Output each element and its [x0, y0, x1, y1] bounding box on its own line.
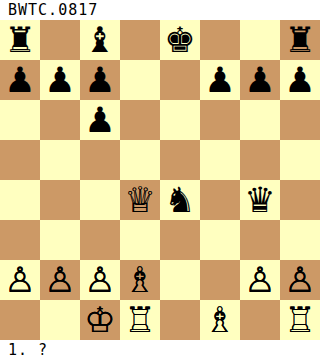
square-g7[interactable]: ♟ — [240, 60, 280, 100]
square-c5[interactable] — [80, 140, 120, 180]
square-c4[interactable] — [80, 180, 120, 220]
piece-white-rook: ♖ — [124, 300, 155, 340]
square-b1[interactable] — [40, 300, 80, 340]
square-d2[interactable]: ♗ — [120, 260, 160, 300]
piece-white-pawn: ♙ — [244, 260, 275, 300]
piece-black-bishop: ♝ — [84, 20, 115, 60]
piece-white-bishop: ♗ — [204, 300, 235, 340]
square-b5[interactable] — [40, 140, 80, 180]
square-f1[interactable]: ♗ — [200, 300, 240, 340]
square-h4[interactable] — [280, 180, 320, 220]
square-e6[interactable] — [160, 100, 200, 140]
square-f2[interactable] — [200, 260, 240, 300]
square-a4[interactable] — [0, 180, 40, 220]
piece-white-pawn: ♙ — [84, 260, 115, 300]
square-h6[interactable] — [280, 100, 320, 140]
square-g3[interactable] — [240, 220, 280, 260]
square-c3[interactable] — [80, 220, 120, 260]
move-prompt: 1. ? — [0, 340, 320, 360]
square-d4[interactable]: ♕ — [120, 180, 160, 220]
square-g8[interactable] — [240, 20, 280, 60]
square-g6[interactable] — [240, 100, 280, 140]
square-e1[interactable] — [160, 300, 200, 340]
square-e4[interactable]: ♞ — [160, 180, 200, 220]
square-c7[interactable]: ♟ — [80, 60, 120, 100]
piece-white-queen: ♕ — [124, 180, 155, 220]
square-h2[interactable]: ♙ — [280, 260, 320, 300]
piece-black-queen: ♛ — [244, 180, 275, 220]
square-d6[interactable] — [120, 100, 160, 140]
square-c2[interactable]: ♙ — [80, 260, 120, 300]
piece-black-knight: ♞ — [164, 180, 195, 220]
piece-black-pawn: ♟ — [244, 60, 275, 100]
square-g2[interactable]: ♙ — [240, 260, 280, 300]
piece-black-pawn: ♟ — [204, 60, 235, 100]
square-a8[interactable]: ♜ — [0, 20, 40, 60]
square-c1[interactable]: ♔ — [80, 300, 120, 340]
square-d8[interactable] — [120, 20, 160, 60]
square-e8[interactable]: ♚ — [160, 20, 200, 60]
piece-black-pawn: ♟ — [84, 60, 115, 100]
square-h1[interactable]: ♖ — [280, 300, 320, 340]
square-f8[interactable] — [200, 20, 240, 60]
puzzle-title: BWTC.0817 — [0, 0, 320, 20]
square-a1[interactable] — [0, 300, 40, 340]
square-g1[interactable] — [240, 300, 280, 340]
piece-black-pawn: ♟ — [44, 60, 75, 100]
square-h7[interactable]: ♟ — [280, 60, 320, 100]
square-a6[interactable] — [0, 100, 40, 140]
square-c6[interactable]: ♟ — [80, 100, 120, 140]
square-f3[interactable] — [200, 220, 240, 260]
piece-white-pawn: ♙ — [44, 260, 75, 300]
square-b2[interactable]: ♙ — [40, 260, 80, 300]
square-f4[interactable] — [200, 180, 240, 220]
square-b4[interactable] — [40, 180, 80, 220]
square-f5[interactable] — [200, 140, 240, 180]
square-h8[interactable]: ♜ — [280, 20, 320, 60]
square-b6[interactable] — [40, 100, 80, 140]
piece-black-king: ♚ — [164, 20, 195, 60]
chess-board: ♜♝♚♜♟♟♟♟♟♟♟♕♞♛♙♙♙♗♙♙♔♖♗♖ — [0, 20, 320, 340]
square-a2[interactable]: ♙ — [0, 260, 40, 300]
square-a7[interactable]: ♟ — [0, 60, 40, 100]
piece-white-pawn: ♙ — [284, 260, 315, 300]
square-h5[interactable] — [280, 140, 320, 180]
piece-black-pawn: ♟ — [4, 60, 35, 100]
square-e2[interactable] — [160, 260, 200, 300]
square-e3[interactable] — [160, 220, 200, 260]
square-b8[interactable] — [40, 20, 80, 60]
piece-black-rook: ♜ — [284, 20, 315, 60]
square-f6[interactable] — [200, 100, 240, 140]
square-h3[interactable] — [280, 220, 320, 260]
square-d1[interactable]: ♖ — [120, 300, 160, 340]
square-g5[interactable] — [240, 140, 280, 180]
piece-white-king: ♔ — [84, 300, 115, 340]
piece-black-pawn: ♟ — [284, 60, 315, 100]
square-d7[interactable] — [120, 60, 160, 100]
square-g4[interactable]: ♛ — [240, 180, 280, 220]
square-b3[interactable] — [40, 220, 80, 260]
square-e5[interactable] — [160, 140, 200, 180]
square-c8[interactable]: ♝ — [80, 20, 120, 60]
piece-white-bishop: ♗ — [124, 260, 155, 300]
piece-black-rook: ♜ — [4, 20, 35, 60]
square-d5[interactable] — [120, 140, 160, 180]
square-a5[interactable] — [0, 140, 40, 180]
square-d3[interactable] — [120, 220, 160, 260]
piece-black-pawn: ♟ — [84, 100, 115, 140]
piece-white-pawn: ♙ — [4, 260, 35, 300]
square-f7[interactable]: ♟ — [200, 60, 240, 100]
piece-white-rook: ♖ — [284, 300, 315, 340]
square-e7[interactable] — [160, 60, 200, 100]
square-b7[interactable]: ♟ — [40, 60, 80, 100]
square-a3[interactable] — [0, 220, 40, 260]
